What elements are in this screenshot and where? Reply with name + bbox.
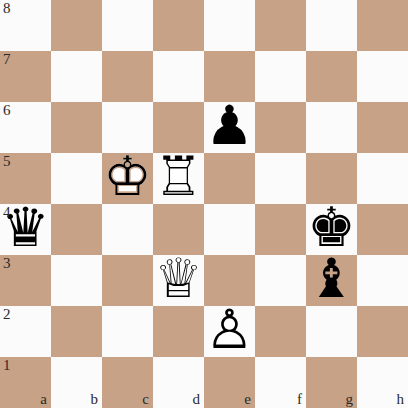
square-e2[interactable]: ♟♙ [204, 306, 255, 357]
square-c4[interactable] [102, 204, 153, 255]
square-a1[interactable]: 1a [0, 357, 51, 408]
square-e6[interactable]: ♟ [204, 102, 255, 153]
black-pawn[interactable]: ♟ [204, 102, 255, 153]
square-f1[interactable]: f [255, 357, 306, 408]
file-label-d: d [193, 392, 201, 407]
square-d3[interactable]: ♛♕ [153, 255, 204, 306]
square-a6[interactable]: 6 [0, 102, 51, 153]
square-h2[interactable] [357, 306, 408, 357]
square-f6[interactable] [255, 102, 306, 153]
square-b3[interactable] [51, 255, 102, 306]
rank-label-3: 3 [3, 256, 11, 271]
white-king[interactable]: ♚♔ [102, 153, 153, 204]
square-c1[interactable]: c [102, 357, 153, 408]
square-d8[interactable] [153, 0, 204, 51]
square-f2[interactable] [255, 306, 306, 357]
file-label-f: f [297, 392, 302, 407]
chessboard-screenshot: 876♟5♚♔♜♖♛4♚3♛♕♝2♟♙1abcdefgh [0, 0, 408, 408]
white-rook[interactable]: ♜♖ [153, 153, 204, 204]
square-c7[interactable] [102, 51, 153, 102]
file-label-g: g [346, 392, 354, 407]
square-a3[interactable]: 3 [0, 255, 51, 306]
square-b7[interactable] [51, 51, 102, 102]
rank-label-6: 6 [3, 103, 11, 118]
rank-label-5: 5 [3, 154, 11, 169]
square-h6[interactable] [357, 102, 408, 153]
square-b8[interactable] [51, 0, 102, 51]
square-h8[interactable] [357, 0, 408, 51]
square-f3[interactable] [255, 255, 306, 306]
square-f8[interactable] [255, 0, 306, 51]
square-g3[interactable]: ♝ [306, 255, 357, 306]
rank-label-1: 1 [3, 358, 11, 373]
square-g8[interactable] [306, 0, 357, 51]
square-c2[interactable] [102, 306, 153, 357]
square-b5[interactable] [51, 153, 102, 204]
square-f4[interactable] [255, 204, 306, 255]
square-e5[interactable] [204, 153, 255, 204]
square-c3[interactable] [102, 255, 153, 306]
square-e1[interactable]: e [204, 357, 255, 408]
file-label-b: b [91, 392, 99, 407]
white-queen[interactable]: ♛♕ [153, 255, 204, 306]
square-d7[interactable] [153, 51, 204, 102]
square-c8[interactable] [102, 0, 153, 51]
black-bishop[interactable]: ♝ [306, 255, 357, 306]
square-a7[interactable]: 7 [0, 51, 51, 102]
square-h1[interactable]: h [357, 357, 408, 408]
square-b4[interactable] [51, 204, 102, 255]
square-f7[interactable] [255, 51, 306, 102]
file-label-a: a [40, 392, 47, 407]
square-a8[interactable]: 8 [0, 0, 51, 51]
rank-label-8: 8 [3, 1, 11, 16]
square-h5[interactable] [357, 153, 408, 204]
square-h4[interactable] [357, 204, 408, 255]
square-e8[interactable] [204, 0, 255, 51]
white-pawn[interactable]: ♟♙ [204, 306, 255, 357]
square-a4[interactable]: ♛4 [0, 204, 51, 255]
file-label-h: h [397, 392, 405, 407]
square-b1[interactable]: b [51, 357, 102, 408]
square-b2[interactable] [51, 306, 102, 357]
square-g1[interactable]: g [306, 357, 357, 408]
square-d5[interactable]: ♜♖ [153, 153, 204, 204]
rank-label-2: 2 [3, 307, 11, 322]
square-g6[interactable] [306, 102, 357, 153]
square-f5[interactable] [255, 153, 306, 204]
square-c5[interactable]: ♚♔ [102, 153, 153, 204]
file-label-e: e [244, 392, 251, 407]
square-h3[interactable] [357, 255, 408, 306]
file-label-c: c [142, 392, 149, 407]
square-d1[interactable]: d [153, 357, 204, 408]
square-g7[interactable] [306, 51, 357, 102]
square-b6[interactable] [51, 102, 102, 153]
square-a2[interactable]: 2 [0, 306, 51, 357]
square-e4[interactable] [204, 204, 255, 255]
black-queen[interactable]: ♛ [0, 204, 51, 255]
chess-board: 876♟5♚♔♜♖♛4♚3♛♕♝2♟♙1abcdefgh [0, 0, 408, 408]
square-g2[interactable] [306, 306, 357, 357]
square-d2[interactable] [153, 306, 204, 357]
square-h7[interactable] [357, 51, 408, 102]
rank-label-7: 7 [3, 52, 11, 67]
